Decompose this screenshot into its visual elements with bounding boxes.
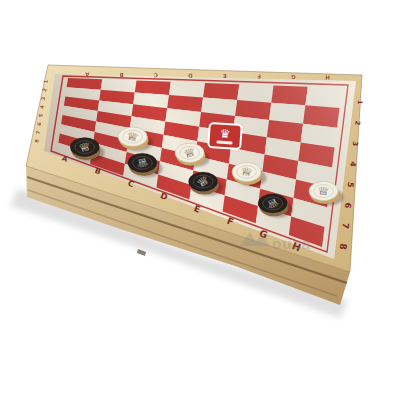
file-label-top-c: C — [154, 72, 158, 78]
file-label-top-b: B — [120, 72, 124, 78]
file-label-top-g: G — [291, 74, 296, 80]
rank-label-right-7: 7 — [340, 222, 351, 229]
file-label-top-h: H — [325, 74, 330, 80]
checkers-box-photo: ABCDEFGH12345678ABCDEFGH12345678 ♛ ♕♕♕♕♕… — [0, 0, 400, 400]
rank-label-right-1: 1 — [357, 100, 364, 105]
product-photo: ABCDEFGH12345678ABCDEFGH12345678 ♛ ♕♕♕♕♕… — [0, 0, 400, 400]
rank-label-right-8: 8 — [338, 243, 349, 251]
file-label-top-e: E — [223, 73, 227, 79]
file-label-top-f: F — [257, 74, 261, 80]
rank-label-right-5: 5 — [345, 182, 355, 189]
brand-badge: ♛ — [208, 123, 242, 149]
watermark-text: ouza — [272, 236, 311, 252]
crown-icon: ♛ — [219, 127, 231, 142]
crown-stamp-icon: ♕ — [316, 184, 330, 198]
file-label-top-d: D — [188, 73, 193, 79]
